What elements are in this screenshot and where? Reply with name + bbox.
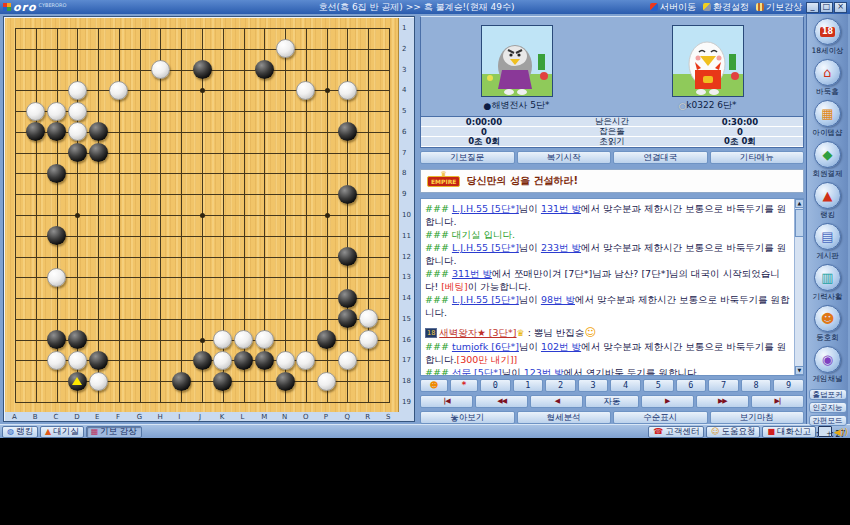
menu-server-move[interactable]: 서버이동 — [650, 1, 696, 14]
variation-5-button[interactable]: 5 — [643, 379, 674, 392]
chat-text: 님이 — [502, 367, 524, 376]
chat-line: ### L.J.H.55 [5단*]님이 131번 방에서 맞수분과 제한시간 … — [425, 202, 791, 228]
grid-line — [15, 236, 390, 237]
white-stone — [213, 351, 232, 370]
chat-text: ### — [425, 367, 452, 376]
chat-text: [베팅] — [441, 281, 467, 292]
taskbar-button-label: 대화신고 — [777, 426, 811, 438]
row-coordinate: 1 — [402, 24, 406, 32]
row-coordinate: 14 — [402, 294, 411, 302]
monitor-icon[interactable] — [818, 426, 832, 437]
col-coordinate: I — [178, 413, 180, 421]
board-panel: 12345678910111213141516171819 ABCDEFGHIJ… — [0, 14, 418, 424]
white-stone — [359, 309, 378, 328]
forward-button[interactable]: ▶ — [641, 395, 694, 408]
black-stone — [193, 351, 212, 370]
col-coordinate: C — [54, 413, 59, 421]
restore-button[interactable]: □ — [820, 2, 833, 13]
chat-text: ### — [425, 242, 452, 253]
black-stone — [255, 60, 274, 79]
white-stone — [276, 351, 295, 370]
col-coordinate: S — [386, 413, 390, 421]
last-move-marker — [72, 377, 82, 385]
chat-text: ### — [425, 294, 452, 305]
white-player-name: ○k0322 6단* — [678, 99, 736, 112]
black-stone — [68, 143, 87, 162]
game-channel-icon[interactable]: ◉ — [814, 346, 841, 373]
chat-line: ### 311번 방에서 쪼매만이겨 [7단*]님과 남산? [7단*]님의 대… — [425, 267, 791, 293]
white-stone — [338, 81, 357, 100]
logo-text: oro — [13, 1, 37, 14]
row-coordinate: 13 — [402, 273, 411, 281]
toolbar-label: 18세이상 — [811, 46, 843, 56]
black-stone — [89, 351, 108, 370]
settings-wrench-icon — [703, 3, 711, 11]
variation-7-button[interactable]: 7 — [708, 379, 739, 392]
variation-9-button[interactable]: 9 — [773, 379, 804, 392]
toolbar-item[interactable]: ▲랭킹 — [814, 182, 841, 220]
col-coordinate: B — [33, 413, 38, 421]
chat-text: 님이 — [519, 341, 541, 352]
screen: oro CYBERORO 호선(흑 6집 반 공제) >> 흑 불계승!(현재 … — [0, 0, 850, 525]
club-icon[interactable]: ☻ — [814, 305, 841, 332]
toolbar-label: 동호회 — [816, 333, 839, 343]
white-stone — [359, 330, 378, 349]
taskbar-tab-랭킹[interactable]: ◍랭킹 — [2, 426, 38, 438]
minimize-button[interactable]: _ — [806, 2, 819, 13]
toolbar-label: 게임채널 — [813, 374, 843, 384]
chat-text: 님이 — [519, 242, 541, 253]
black-stone — [47, 164, 66, 183]
banner-text: 당신만의 성을 건설하라! — [466, 174, 578, 188]
taskbar-tab-대기실[interactable]: ▲대기실 — [40, 426, 84, 438]
black-stone — [26, 122, 45, 141]
black-stone — [213, 372, 232, 391]
game-button-기타메뉴[interactable]: 기타메뉴 — [710, 151, 805, 164]
col-coordinate: F — [116, 413, 120, 421]
side-toolbar: 1818세이상⌂바둑홈▦아이템샵◆회원결제▲랭킹▤게시판▥기력사활☻동호회◉게임… — [806, 14, 848, 424]
ad-banner[interactable]: EMPIRE 당신만의 성을 건설하라! — [420, 169, 804, 193]
row-coordinate: 3 — [402, 66, 406, 74]
board-frame: 12345678910111213141516171819 ABCDEFGHIJ… — [3, 16, 415, 422]
record-grid-icon — [756, 3, 764, 11]
col-coordinate: N — [282, 413, 287, 421]
toolbar-item[interactable]: ▦아이템샵 — [813, 100, 843, 138]
adult-18-icon-glyph: 18 — [820, 27, 835, 37]
black-player-name: ●해병전사 5단* — [484, 99, 550, 112]
white-stone — [276, 39, 295, 58]
chat-text: 18 — [425, 328, 437, 338]
chat-text: 이 가능합니다. — [468, 281, 531, 292]
board-col-coordinates: ABCDEFGHIJKLMNOPQRS — [5, 413, 399, 422]
chat-link[interactable]: tumjofk [6단*] — [452, 341, 519, 352]
emoticon-face-icon[interactable]: ☻ — [420, 379, 448, 392]
taskbar-button-label: 도움요청 — [721, 426, 755, 438]
white-stone — [89, 372, 108, 391]
chat-link[interactable]: 123번 방 — [524, 367, 564, 376]
empire-logo: EMPIRE — [427, 176, 460, 187]
fast-back-button[interactable]: ◀◀ — [475, 395, 528, 408]
chat-text: 님이 — [519, 294, 541, 305]
chat-text: ### — [425, 341, 452, 352]
home-icon-glyph: ⌂ — [823, 66, 831, 79]
taskbar-button-고객센터[interactable]: ☎고객센터 — [648, 426, 704, 438]
col-coordinate: G — [137, 413, 142, 421]
variation-0-button[interactable]: 0 — [480, 379, 511, 392]
white-stone — [296, 351, 315, 370]
col-coordinate: K — [220, 413, 225, 421]
chat-line: 18새벽왕자★ [3단*]♛ : 뽕님 반집승☺ — [425, 326, 791, 340]
timer-label: 초읽기 — [547, 136, 677, 148]
white-stone — [338, 351, 357, 370]
game-button-복기시작[interactable]: 복기시작 — [517, 151, 612, 164]
row-coordinate: 4 — [402, 86, 406, 94]
row-coordinate: 15 — [402, 315, 411, 323]
black-stone — [338, 289, 357, 308]
variation-1-button[interactable]: 1 — [513, 379, 544, 392]
window-title: 호선(흑 6집 반 공제) >> 흑 불계승!(현재 49수) — [183, 1, 650, 14]
main-area: 12345678910111213141516171819 ABCDEFGHIJ… — [0, 14, 850, 424]
report-icon: ■ — [767, 428, 775, 436]
star-point — [200, 88, 205, 93]
black-stone — [47, 122, 66, 141]
chat-text: [300만 내기]] — [457, 354, 518, 365]
oro-logo: oro CYBERORO — [3, 1, 183, 14]
white-stone — [47, 351, 66, 370]
variation-6-button[interactable]: 6 — [676, 379, 707, 392]
server-move-icon — [650, 3, 658, 11]
chat-link[interactable]: 98번 방 — [541, 294, 575, 305]
chat-line: ### 대기실 입니다. — [425, 228, 791, 241]
grid-line — [389, 28, 390, 403]
close-button[interactable]: × — [834, 2, 847, 13]
white-stone — [151, 60, 170, 79]
chat-link[interactable]: 선문 [5단*] — [452, 367, 502, 376]
item-shop-icon[interactable]: ▦ — [814, 100, 841, 127]
col-coordinate: O — [303, 413, 309, 421]
timer-table: 0:00:00남은시간0:30:000잡은돌00초 0회초읽기0초 0회 — [421, 116, 803, 147]
taskbar-tab-기보 감상[interactable]: ▦기보 감상 — [86, 426, 142, 438]
menu-game-record[interactable]: 기보감상 — [756, 1, 802, 14]
black-player: ●해병전사 5단* — [437, 25, 597, 112]
help-icon: ☺ — [711, 428, 719, 436]
review-row: 놓아보기형세분석수순표시보기마침 — [420, 411, 804, 424]
row-coordinate: 9 — [402, 190, 406, 198]
black-stone — [338, 185, 357, 204]
black-stone — [338, 122, 357, 141]
review-button-수순표시[interactable]: 수순표시 — [613, 411, 708, 424]
scroll-thumb[interactable] — [795, 209, 804, 237]
black-stone — [255, 351, 274, 370]
toolbar-item[interactable]: ⌂바둑홈 — [814, 59, 841, 97]
payment-icon-glyph: ◆ — [823, 148, 833, 161]
row-coordinate: 6 — [402, 128, 406, 136]
black-stone — [276, 372, 295, 391]
star-point — [325, 213, 330, 218]
row-coordinate: 18 — [402, 377, 411, 385]
row-coordinate: 2 — [402, 45, 406, 53]
chat-text: ### 대기실 입니다. — [425, 229, 515, 240]
game-button-row: 기보질문복기시작연결대국기타메뉴 — [420, 151, 804, 164]
scroll-up-icon[interactable]: ▲ — [795, 199, 804, 208]
row-coordinate: 11 — [402, 232, 411, 240]
col-coordinate: A — [12, 413, 17, 421]
fast-forward-button[interactable]: ▶▶ — [696, 395, 749, 408]
review-button-형세분석[interactable]: 형세분석 — [517, 411, 612, 424]
white-player: ○k0322 6단* — [628, 25, 788, 112]
taskbar-tab-label: 기보 감상 — [100, 426, 137, 438]
toolbar-label: 회원결제 — [813, 169, 843, 179]
game-button-연결대국[interactable]: 연결대국 — [613, 151, 708, 164]
white-timer-value: 0초 0회 — [677, 136, 803, 148]
chat-link[interactable]: 102번 방 — [541, 341, 581, 352]
toolbar-small-인공지능[interactable]: 인공지능 — [809, 402, 847, 413]
black-player-avatar — [481, 25, 553, 97]
globe-icon: ◍ — [7, 428, 14, 436]
board-grid — [15, 28, 390, 403]
phone-icon: ☎ — [653, 428, 663, 436]
game-button-기보질문[interactable]: 기보질문 — [420, 151, 515, 164]
black-timer-value: 0초 0회 — [421, 136, 547, 148]
board-posts-icon[interactable]: ▤ — [814, 223, 841, 250]
black-stone — [193, 60, 212, 79]
white-player-avatar — [672, 25, 744, 97]
chat-line: ### L.J.H.55 [5단*]님이 233번 방에서 맞수분과 제한시간 … — [425, 241, 791, 267]
toolbar-label: 게시판 — [816, 251, 839, 261]
flower-icon[interactable]: * — [450, 379, 478, 392]
grid-line — [285, 28, 286, 403]
col-coordinate: E — [95, 413, 99, 421]
white-timer-value: 0:30:00 — [677, 117, 803, 127]
row-coordinate: 16 — [402, 336, 411, 344]
grid-line — [15, 319, 390, 320]
white-stone — [296, 81, 315, 100]
star-point — [75, 213, 80, 218]
life-death-icon-glyph: ▥ — [821, 271, 833, 284]
white-stone — [255, 330, 274, 349]
window-buttons: _ □ × — [806, 2, 847, 13]
toolbar-item[interactable]: ☻동호회 — [814, 305, 841, 343]
last-move-button[interactable]: ▶| — [751, 395, 804, 408]
chat-link[interactable]: L.J.H.55 [5단*] — [452, 294, 519, 305]
white-stone — [47, 102, 66, 121]
black-stone — [172, 372, 191, 391]
row-coordinate: 5 — [402, 107, 406, 115]
col-coordinate: P — [324, 413, 328, 421]
row-coordinate: 10 — [402, 211, 411, 219]
chat-link[interactable]: L.J.H.55 [5단*] — [452, 203, 519, 214]
timer-row: 0초 0회초읽기0초 0회 — [421, 137, 803, 147]
chat-text: ♛ — [517, 328, 525, 338]
taskbar-button-label: 고객센터 — [665, 426, 699, 438]
variation-number-row: ☻*0123456789 — [420, 379, 804, 392]
game-channel-icon-glyph: ◉ — [822, 353, 833, 366]
lobby-icon: ▲ — [45, 428, 51, 436]
row-coordinate: 17 — [402, 356, 411, 364]
black-stone — [68, 330, 87, 349]
variation-8-button[interactable]: 8 — [741, 379, 772, 392]
adult-18-icon[interactable]: 18 — [814, 18, 841, 45]
col-coordinate: Q — [344, 413, 350, 421]
chat-line: ### L.J.H.55 [5단*]님이 98번 방에서 맞수분과 제한시간 보… — [425, 293, 791, 319]
logo-subtext: CYBERORO — [39, 2, 67, 8]
first-move-button[interactable]: |◀ — [420, 395, 473, 408]
taskbar-tab-label: 랭킹 — [16, 426, 33, 438]
star-point — [200, 338, 205, 343]
item-shop-icon-glyph: ▦ — [821, 107, 833, 120]
variation-4-button[interactable]: 4 — [610, 379, 641, 392]
toolbar-label: 아이템샵 — [813, 128, 843, 138]
star-point — [200, 213, 205, 218]
toolbar-small-간편모드[interactable]: 간편모드 — [809, 415, 847, 426]
chat-lines: ### L.J.H.55 [5단*]님이 131번 방에서 맞수분과 제한시간 … — [425, 202, 791, 376]
title-menus: 서버이동 환경설정 기보감상 — [650, 1, 802, 14]
black-stone — [338, 247, 357, 266]
black-stone — [317, 330, 336, 349]
black-stone — [234, 351, 253, 370]
review-button-놓아보기[interactable]: 놓아보기 — [420, 411, 515, 424]
white-stone — [213, 330, 232, 349]
ranking-chart-icon-glyph: ▲ — [823, 189, 833, 202]
app-window: oro CYBERORO 호선(흑 6집 반 공제) >> 흑 불계승!(현재 … — [0, 0, 850, 438]
chat-link[interactable]: 233번 방 — [541, 242, 581, 253]
grid-line — [15, 298, 390, 299]
toolbar-small-홀덤포커[interactable]: 홀덤포커 — [809, 389, 847, 400]
black-timer-value: 0:00:00 — [421, 117, 547, 127]
toolbar-item[interactable]: ▤게시판 — [814, 223, 841, 261]
chat-line: ### 선문 [5단*]님이 123번 방에서 연기바둑 두기를 원합니다. — [425, 366, 791, 376]
review-button-보기마침[interactable]: 보기마침 — [710, 411, 805, 424]
club-icon-glyph: ☻ — [821, 312, 835, 325]
chat-area[interactable]: ### L.J.H.55 [5단*]님이 131번 방에서 맞수분과 제한시간 … — [420, 198, 804, 376]
white-stone — [47, 268, 66, 287]
toolbar-item[interactable]: ◆회원결제 — [813, 141, 843, 179]
taskbar-button-대화신고[interactable]: ■대화신고 — [762, 426, 816, 438]
white-stone — [68, 81, 87, 100]
chat-link[interactable]: 311번 방 — [452, 268, 492, 279]
white-stone — [68, 122, 87, 141]
taskbar: ◍랭킹▲대기실▦기보 감상☎고객센터☺도움요청■대화신고◀)) — [0, 424, 850, 438]
white-stone — [26, 102, 45, 121]
variation-2-button[interactable]: 2 — [545, 379, 576, 392]
white-stone — [68, 351, 87, 370]
toolbar-label: 기력사활 — [813, 292, 843, 302]
chat-text: ### — [425, 268, 452, 279]
players-card: ●해병전사 5단* — [420, 16, 804, 148]
grid-line — [15, 402, 390, 403]
black-stone — [89, 143, 108, 162]
chat-link[interactable]: L.J.H.55 [5단*] — [452, 242, 519, 253]
menu-settings[interactable]: 환경설정 — [703, 1, 749, 14]
row-coordinate: 7 — [402, 149, 406, 157]
chat-text: 님이 — [519, 203, 541, 214]
taskbar-tab-label: 대기실 — [53, 426, 79, 438]
chat-text: ### — [425, 203, 452, 214]
life-death-icon[interactable]: ▥ — [814, 264, 841, 291]
payment-icon[interactable]: ◆ — [814, 141, 841, 168]
oro-logo-icon — [3, 3, 11, 11]
row-coordinate: 19 — [402, 398, 411, 406]
col-coordinate: M — [261, 413, 267, 421]
white-stone — [68, 102, 87, 121]
chat-link[interactable]: 새벽왕자★ [3단*] — [439, 327, 516, 338]
col-coordinate: L — [241, 413, 245, 421]
col-coordinate: J — [199, 413, 201, 421]
black-stone — [47, 226, 66, 245]
white-stone — [109, 81, 128, 100]
record-icon: ▦ — [91, 428, 99, 436]
grid-line — [15, 277, 390, 278]
grid-line — [15, 257, 390, 258]
right-panel: ●해병전사 5단* — [418, 14, 806, 424]
variation-3-button[interactable]: 3 — [578, 379, 609, 392]
ranking-chart-icon[interactable]: ▲ — [814, 182, 841, 209]
white-stone — [234, 330, 253, 349]
board-posts-icon-glyph: ▤ — [821, 230, 833, 243]
chat-link[interactable]: 131번 방 — [541, 203, 581, 214]
toolbar-item[interactable]: ◉게임채널 — [813, 346, 843, 384]
row-coordinate: 8 — [402, 169, 406, 177]
chat-text: : 뽕님 반집승 — [525, 327, 585, 338]
taskbar-button-도움요청[interactable]: ☺도움요청 — [706, 426, 760, 438]
back-button[interactable]: ◀ — [530, 395, 583, 408]
go-board[interactable] — [5, 18, 399, 412]
white-stone — [317, 372, 336, 391]
star-point — [325, 88, 330, 93]
scroll-down-icon[interactable]: ▼ — [795, 366, 804, 375]
speaker-icon[interactable]: ◀)) — [834, 427, 848, 437]
col-coordinate: H — [157, 413, 162, 421]
auto-play-button[interactable]: 자동 — [585, 395, 638, 408]
black-stone — [89, 122, 108, 141]
title-bar: oro CYBERORO 호선(흑 6집 반 공제) >> 흑 불계승!(현재 … — [0, 0, 850, 14]
col-coordinate: R — [365, 413, 370, 421]
board-row-coordinates: 12345678910111213141516171819 — [400, 18, 415, 412]
row-coordinate: 12 — [402, 253, 411, 261]
chat-line: ### tumjofk [6단*]님이 102번 방에서 맞수분과 제한시간 보… — [425, 340, 791, 366]
chat-text: ☺ — [584, 326, 595, 339]
black-stone — [338, 309, 357, 328]
col-coordinate: D — [74, 413, 79, 421]
toolbar-item[interactable]: ▥기력사활 — [813, 264, 843, 302]
home-icon[interactable]: ⌂ — [814, 59, 841, 86]
toolbar-item[interactable]: 1818세이상 — [811, 18, 843, 56]
navigation-row: |◀◀◀◀자동▶▶▶▶| — [420, 395, 804, 408]
black-stone — [47, 330, 66, 349]
chat-scrollbar[interactable]: ▲ ▼ — [794, 199, 803, 375]
toolbar-label: 랭킹 — [820, 210, 835, 220]
toolbar-label: 바둑홈 — [816, 87, 839, 97]
chat-text: 에서 연기바둑 두기를 원합니다. — [564, 367, 700, 376]
